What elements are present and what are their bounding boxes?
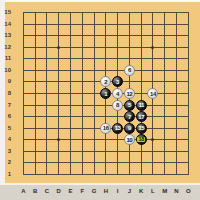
row-label-9: 9 xyxy=(0,78,11,85)
col-label-H: H xyxy=(100,187,112,195)
row-label-6: 6 xyxy=(0,113,11,120)
col-label-J: J xyxy=(123,187,135,195)
row-label-2: 2 xyxy=(0,159,11,166)
stone-7-J6[interactable]: 7 xyxy=(124,111,135,122)
stone-1-H8[interactable]: 1 xyxy=(100,88,111,99)
col-label-I: I xyxy=(112,187,124,195)
row-label-13: 13 xyxy=(0,32,11,39)
stone-18-K4[interactable]: 18 xyxy=(136,134,147,145)
grid-line-horizontal xyxy=(23,162,189,163)
col-label-C: C xyxy=(41,187,53,195)
grid-line-vertical xyxy=(176,13,177,176)
stone-number: 13 xyxy=(115,125,121,131)
stone-number: 7 xyxy=(128,114,131,120)
col-label-E: E xyxy=(64,187,76,195)
row-label-5: 5 xyxy=(0,125,11,132)
stone-number: 8 xyxy=(116,102,119,108)
col-label-L: L xyxy=(147,187,159,195)
stone-14-L8[interactable]: 14 xyxy=(147,88,158,99)
stone-number: 1 xyxy=(104,91,107,97)
stone-5-J7[interactable]: 5 xyxy=(124,100,135,111)
gomoku-board-viewer: 151413121110987654321ABCDEFGHIJKLMNO1234… xyxy=(0,0,200,200)
col-label-B: B xyxy=(29,187,41,195)
stone-number: 16 xyxy=(103,125,109,131)
stone-number: 17 xyxy=(138,114,144,120)
stone-number: 15 xyxy=(138,125,144,131)
row-label-8: 8 xyxy=(0,90,11,97)
col-label-O: O xyxy=(182,187,194,195)
stone-12-J8[interactable]: 12 xyxy=(124,88,135,99)
stone-3-I9[interactable]: 3 xyxy=(112,76,123,87)
col-label-N: N xyxy=(171,187,183,195)
row-label-1: 1 xyxy=(0,171,11,178)
col-label-K: K xyxy=(135,187,147,195)
stone-17-K6[interactable]: 17 xyxy=(136,111,147,122)
row-label-4: 4 xyxy=(0,136,11,143)
stone-number: 12 xyxy=(126,91,132,97)
stone-number: 18 xyxy=(137,137,144,143)
stone-2-H9[interactable]: 2 xyxy=(100,76,111,87)
star-point xyxy=(151,138,154,141)
star-point xyxy=(57,138,60,141)
stone-13-I5[interactable]: 13 xyxy=(112,123,123,134)
row-label-10: 10 xyxy=(0,67,11,74)
col-label-A: A xyxy=(17,187,29,195)
col-label-M: M xyxy=(159,187,171,195)
star-point xyxy=(57,46,60,49)
stone-6-J10[interactable]: 6 xyxy=(124,65,135,76)
top-edge xyxy=(0,0,200,2)
grid-line-vertical xyxy=(188,13,189,176)
row-label-3: 3 xyxy=(0,148,11,155)
row-label-14: 14 xyxy=(0,21,11,28)
grid-line-horizontal xyxy=(23,174,189,175)
stone-16-H5[interactable]: 16 xyxy=(100,123,111,134)
stone-8-I7[interactable]: 8 xyxy=(112,100,123,111)
row-label-15: 15 xyxy=(0,9,11,16)
stone-4-I8[interactable]: 4 xyxy=(112,88,123,99)
row-label-12: 12 xyxy=(0,44,11,51)
row-label-11: 11 xyxy=(0,55,11,62)
stone-number: 2 xyxy=(104,79,107,85)
col-label-F: F xyxy=(76,187,88,195)
stone-number: 4 xyxy=(116,91,119,97)
col-label-G: G xyxy=(88,187,100,195)
stone-15-K5[interactable]: 15 xyxy=(136,123,147,134)
stone-number: 9 xyxy=(128,125,131,131)
grid-line-horizontal xyxy=(23,151,189,152)
col-label-D: D xyxy=(53,187,65,195)
stone-11-K7[interactable]: 11 xyxy=(136,100,147,111)
stone-number: 14 xyxy=(150,91,156,97)
stone-9-J5[interactable]: 9 xyxy=(124,123,135,134)
stone-number: 6 xyxy=(128,67,131,73)
stone-number: 10 xyxy=(126,137,132,143)
stone-number: 11 xyxy=(138,102,144,108)
stone-number: 5 xyxy=(128,102,131,108)
row-label-7: 7 xyxy=(0,102,11,109)
stone-10-J4[interactable]: 10 xyxy=(124,134,135,145)
stone-number: 3 xyxy=(116,79,119,85)
